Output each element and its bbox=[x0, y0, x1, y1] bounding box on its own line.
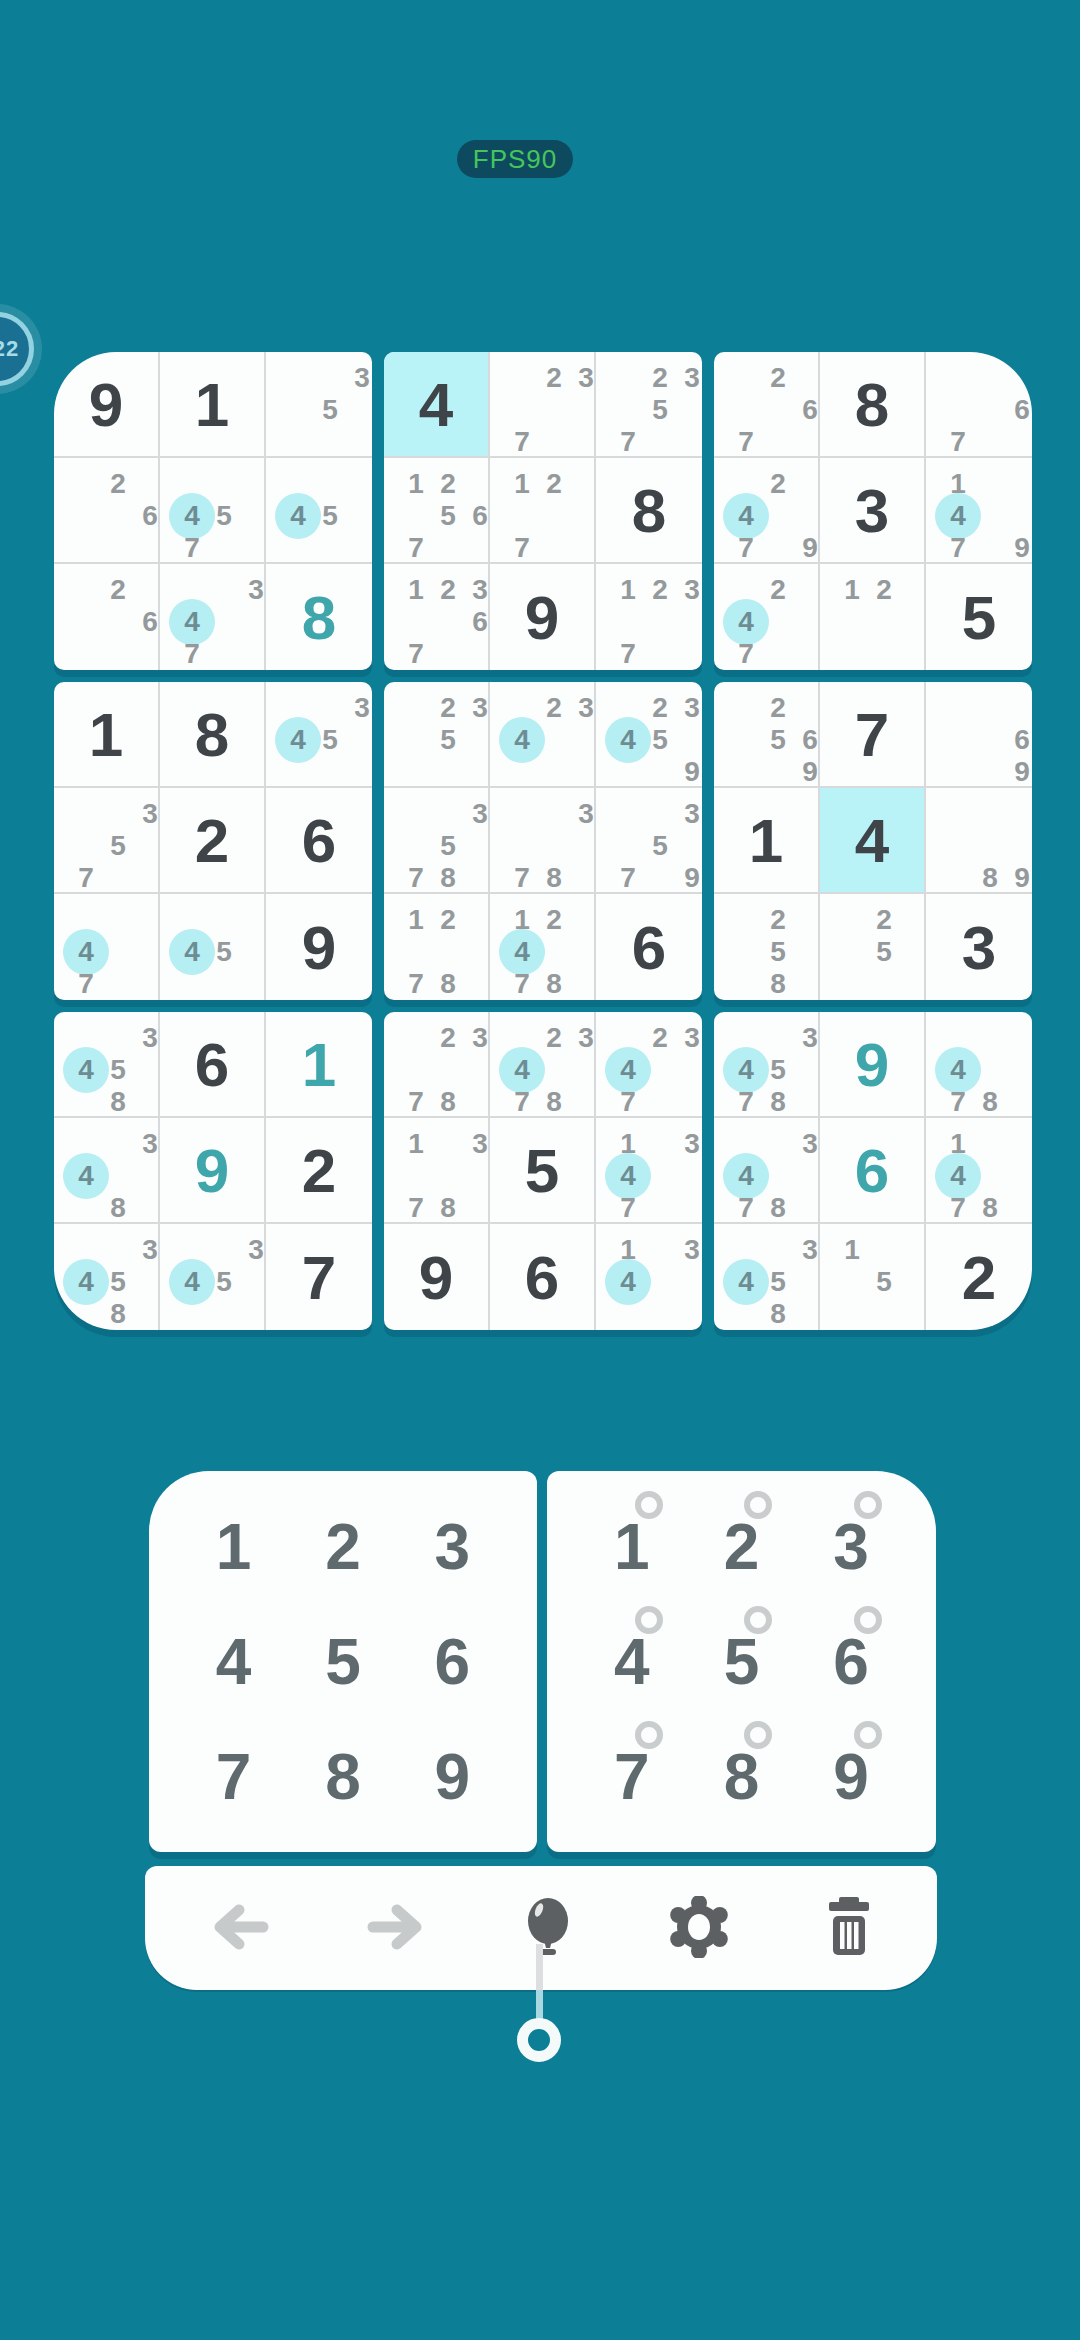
pencil-mark-4 bbox=[730, 724, 762, 756]
pencil-mark-5 bbox=[208, 606, 240, 638]
pencil-marks: 345 bbox=[176, 1234, 250, 1318]
pencil-mark-1 bbox=[176, 574, 208, 606]
cell-r6c4[interactable]: 1278 bbox=[384, 894, 490, 1000]
cell-r6c7[interactable]: 258 bbox=[714, 894, 820, 1000]
cell-r3c3[interactable]: 8 bbox=[266, 564, 372, 670]
cell-r5c8[interactable]: 4 bbox=[820, 788, 926, 894]
cell-r8c8[interactable]: 6 bbox=[820, 1118, 926, 1224]
pencil-mark-2 bbox=[762, 1234, 794, 1266]
cell-r2c4[interactable]: 12567 bbox=[384, 458, 490, 564]
pencil-marks: 3478 bbox=[730, 1128, 804, 1210]
cell-r1c8[interactable]: 8 bbox=[820, 352, 926, 458]
pencil-marks: 12567 bbox=[400, 468, 474, 550]
pencil-mark-4 bbox=[70, 606, 102, 638]
pencil-mark-7 bbox=[730, 968, 762, 1000]
redo-arrow-icon bbox=[365, 1899, 429, 1958]
pencil-mark-2 bbox=[974, 692, 1006, 724]
cell-r5c6[interactable]: 3579 bbox=[596, 788, 702, 894]
pencil-digit-button-4[interactable]: 4 bbox=[577, 1604, 687, 1719]
pencil-marks: 3579 bbox=[612, 798, 688, 880]
gear-icon bbox=[668, 1896, 730, 1961]
cell-r8c9[interactable]: 1478 bbox=[926, 1118, 1032, 1224]
pencil-mark-7: 7 bbox=[400, 532, 432, 564]
cell-r9c5[interactable]: 6 bbox=[490, 1224, 596, 1330]
pencil-mark-7: 7 bbox=[506, 532, 538, 564]
cell-r6c2[interactable]: 45 bbox=[160, 894, 266, 1000]
pencil-mark-1 bbox=[612, 362, 644, 394]
pencil-mark-2: 2 bbox=[762, 904, 794, 936]
pencil-mark-8: 8 bbox=[432, 968, 464, 1000]
pencil-mark-1: 1 bbox=[400, 904, 432, 936]
pencil-digit-button-8[interactable]: 8 bbox=[687, 1719, 797, 1834]
pencil-mark-7: 7 bbox=[400, 1192, 432, 1224]
pencil-mark-5 bbox=[538, 500, 570, 532]
pad-digit-label: 7 bbox=[216, 1740, 252, 1814]
cell-r5c7[interactable]: 1 bbox=[714, 788, 820, 894]
cell-r5c4[interactable]: 3578 bbox=[384, 788, 490, 894]
cell-r2c9[interactable]: 1479 bbox=[926, 458, 1032, 564]
pencil-mark-4: 4 bbox=[176, 606, 208, 638]
pencil-mark-9: 9 bbox=[1006, 862, 1032, 894]
cell-r8c1[interactable]: 348 bbox=[54, 1118, 160, 1224]
pencil-marks: 1378 bbox=[400, 1128, 474, 1210]
cell-r9c9[interactable]: 2 bbox=[926, 1224, 1032, 1330]
pencil-mark-4: 4 bbox=[730, 1054, 762, 1086]
cell-r1c6[interactable]: 2357 bbox=[596, 352, 702, 458]
pencil-mark-8: 8 bbox=[762, 1298, 794, 1330]
pencil-mark-4: 4 bbox=[506, 936, 538, 968]
cell-r8c4[interactable]: 1378 bbox=[384, 1118, 490, 1224]
delete-button[interactable] bbox=[823, 1897, 875, 1960]
pencil-marks: 1237 bbox=[612, 574, 688, 658]
cell-r7c4[interactable]: 2378 bbox=[384, 1012, 490, 1118]
pencil-mark-2 bbox=[102, 1234, 134, 1266]
pad-digit-label: 4 bbox=[614, 1625, 650, 1699]
cell-r7c8[interactable]: 9 bbox=[820, 1012, 926, 1118]
cell-r8c3[interactable]: 2 bbox=[266, 1118, 372, 1224]
pencil-mark-2: 2 bbox=[762, 692, 794, 724]
cell-r2c6[interactable]: 8 bbox=[596, 458, 702, 564]
pencil-mark-4: 4 bbox=[612, 1266, 644, 1298]
pad-digit-label: 6 bbox=[435, 1625, 471, 1699]
pencil-mark-6 bbox=[346, 500, 372, 532]
pencil-mark-2: 2 bbox=[102, 574, 134, 606]
pencil-mark-2 bbox=[868, 1234, 900, 1266]
pencil-mark-8: 8 bbox=[102, 1298, 134, 1330]
cell-r3c5[interactable]: 9 bbox=[490, 564, 596, 670]
cell-r6c3[interactable]: 9 bbox=[266, 894, 372, 1000]
pencil-mark-3 bbox=[1006, 468, 1032, 500]
pencil-mark-7: 7 bbox=[730, 1086, 762, 1118]
pencil-mark-7 bbox=[612, 1298, 644, 1330]
pencil-mark-8 bbox=[538, 532, 570, 564]
pencil-mark-4: 4 bbox=[612, 1054, 644, 1086]
pencil-mark-8 bbox=[314, 756, 346, 788]
pencil-mark-9 bbox=[1006, 1086, 1032, 1118]
digit-button-7[interactable]: 7 bbox=[179, 1719, 288, 1834]
cell-r1c2[interactable]: 1 bbox=[160, 352, 266, 458]
hint-string-handle[interactable] bbox=[517, 2018, 561, 2062]
pencil-mark-3 bbox=[1006, 362, 1032, 394]
cell-r8c6[interactable]: 1347 bbox=[596, 1118, 702, 1224]
cell-r5c5[interactable]: 378 bbox=[490, 788, 596, 894]
pencil-mark-7: 7 bbox=[506, 968, 538, 1000]
pencil-mark-5 bbox=[644, 1160, 676, 1192]
pencil-marks: 47 bbox=[70, 904, 144, 988]
cell-r2c7[interactable]: 2479 bbox=[714, 458, 820, 564]
pencil-mark-8: 8 bbox=[974, 862, 1006, 894]
digit-button-6[interactable]: 6 bbox=[398, 1604, 507, 1719]
cell-r5c9[interactable]: 89 bbox=[926, 788, 1032, 894]
cell-r1c4[interactable]: 4 bbox=[384, 352, 490, 458]
pencil-mark-1 bbox=[176, 468, 208, 500]
cell-r3c8[interactable]: 12 bbox=[820, 564, 926, 670]
pencil-mark-1: 1 bbox=[836, 1234, 868, 1266]
pencil-marks: 457 bbox=[176, 468, 250, 550]
cell-r2c3[interactable]: 45 bbox=[266, 458, 372, 564]
pencil-digit-button-1[interactable]: 1 bbox=[577, 1489, 687, 1604]
pencil-mark-2 bbox=[762, 1128, 794, 1160]
cell-r3c6[interactable]: 1237 bbox=[596, 564, 702, 670]
pencil-mark-7: 7 bbox=[506, 862, 538, 894]
cell-r4c7[interactable]: 2569 bbox=[714, 682, 820, 788]
pencil-mark-5: 5 bbox=[314, 394, 346, 426]
pencil-digit-button-2[interactable]: 2 bbox=[687, 1489, 797, 1604]
numpad-pencil: 123456789 bbox=[547, 1471, 936, 1852]
cell-r2c8[interactable]: 3 bbox=[820, 458, 926, 564]
pencil-mark-1 bbox=[730, 1234, 762, 1266]
pencil-mark-5: 5 bbox=[644, 830, 676, 862]
pad-digit-label: 8 bbox=[325, 1740, 361, 1814]
given-digit: 8 bbox=[820, 352, 924, 456]
pencil-mark-1 bbox=[70, 1022, 102, 1054]
pencil-mark-5 bbox=[644, 1266, 676, 1298]
pencil-ring-icon bbox=[744, 1491, 772, 1519]
pencil-mark-6 bbox=[676, 1054, 702, 1086]
pencil-mark-8: 8 bbox=[762, 968, 794, 1000]
cell-r7c2[interactable]: 6 bbox=[160, 1012, 266, 1118]
pencil-mark-8: 8 bbox=[974, 1086, 1006, 1118]
pencil-mark-5 bbox=[974, 830, 1006, 862]
pencil-mark-7 bbox=[70, 638, 102, 670]
cell-r4c9[interactable]: 69 bbox=[926, 682, 1032, 788]
pencil-mark-2: 2 bbox=[432, 1022, 464, 1054]
given-digit: 7 bbox=[266, 1224, 372, 1330]
pencil-mark-5: 5 bbox=[314, 500, 346, 532]
cell-r9c4[interactable]: 9 bbox=[384, 1224, 490, 1330]
pencil-mark-8 bbox=[102, 968, 134, 1000]
pencil-mark-1: 1 bbox=[612, 1234, 644, 1266]
cell-r7c7[interactable]: 34578 bbox=[714, 1012, 820, 1118]
cell-r7c5[interactable]: 23478 bbox=[490, 1012, 596, 1118]
pad-digit-label: 1 bbox=[614, 1510, 650, 1584]
pencil-mark-5 bbox=[432, 936, 464, 968]
pencil-marks: 26 bbox=[70, 468, 144, 550]
pencil-mark-4: 4 bbox=[730, 606, 762, 638]
cell-r4c5[interactable]: 234 bbox=[490, 682, 596, 788]
pencil-mark-1: 1 bbox=[942, 468, 974, 500]
pencil-mark-5: 5 bbox=[432, 830, 464, 862]
pencil-mark-7: 7 bbox=[400, 968, 432, 1000]
pencil-mark-2: 2 bbox=[644, 362, 676, 394]
cell-r6c9[interactable]: 3 bbox=[926, 894, 1032, 1000]
pencil-marks: 1479 bbox=[942, 468, 1018, 550]
pencil-mark-1 bbox=[836, 904, 868, 936]
pad-digit-label: 3 bbox=[833, 1510, 869, 1584]
pencil-mark-7: 7 bbox=[730, 638, 762, 670]
pencil-mark-8 bbox=[538, 756, 570, 788]
given-digit: 9 bbox=[54, 352, 158, 456]
cell-r5c2[interactable]: 2 bbox=[160, 788, 266, 894]
pencil-mark-6 bbox=[346, 394, 372, 426]
pencil-marks: 2569 bbox=[730, 692, 804, 774]
cell-r4c3[interactable]: 345 bbox=[266, 682, 372, 788]
given-digit: 5 bbox=[926, 564, 1032, 670]
cell-r6c6[interactable]: 6 bbox=[596, 894, 702, 1000]
cell-r6c1[interactable]: 47 bbox=[54, 894, 160, 1000]
pencil-marks: 45 bbox=[282, 468, 358, 550]
pencil-mark-1 bbox=[506, 362, 538, 394]
cell-r4c4[interactable]: 235 bbox=[384, 682, 490, 788]
pencil-mark-8 bbox=[974, 756, 1006, 788]
pencil-mark-8 bbox=[762, 426, 794, 458]
pencil-mark-3 bbox=[1006, 692, 1032, 724]
pencil-mark-1 bbox=[400, 692, 432, 724]
cell-r5c1[interactable]: 357 bbox=[54, 788, 160, 894]
pencil-mark-9 bbox=[346, 756, 372, 788]
pencil-mark-4 bbox=[400, 936, 432, 968]
pencil-mark-5: 5 bbox=[208, 500, 240, 532]
pencil-marks: 23478 bbox=[506, 1022, 580, 1104]
given-digit: 6 bbox=[160, 1012, 264, 1116]
pencil-mark-5 bbox=[102, 1160, 134, 1192]
cell-r3c1[interactable]: 26 bbox=[54, 564, 160, 670]
pencil-marks: 3458 bbox=[730, 1234, 804, 1318]
pencil-mark-5 bbox=[432, 606, 464, 638]
cell-r2c5[interactable]: 127 bbox=[490, 458, 596, 564]
cell-r4c8[interactable]: 7 bbox=[820, 682, 926, 788]
digit-button-3[interactable]: 3 bbox=[398, 1489, 507, 1604]
pencil-mark-4: 4 bbox=[282, 724, 314, 756]
pad-digit-label: 9 bbox=[435, 1740, 471, 1814]
pencil-mark-1 bbox=[942, 692, 974, 724]
pencil-mark-3 bbox=[1006, 1128, 1032, 1160]
pencil-mark-8 bbox=[208, 1298, 240, 1330]
cell-r9c8[interactable]: 15 bbox=[820, 1224, 926, 1330]
given-digit: 3 bbox=[820, 458, 924, 562]
cell-r4c1[interactable]: 1 bbox=[54, 682, 160, 788]
pencil-mark-3: 3 bbox=[676, 798, 702, 830]
pencil-mark-4: 4 bbox=[282, 500, 314, 532]
cell-r6c8[interactable]: 25 bbox=[820, 894, 926, 1000]
cell-r1c3[interactable]: 35 bbox=[266, 352, 372, 458]
pencil-mark-5 bbox=[974, 500, 1006, 532]
digit-button-1[interactable]: 1 bbox=[179, 1489, 288, 1604]
pencil-mark-4 bbox=[612, 394, 644, 426]
pencil-mark-4 bbox=[400, 1160, 432, 1192]
pad-digit-label: 2 bbox=[724, 1510, 760, 1584]
pencil-mark-7 bbox=[836, 1298, 868, 1330]
pencil-mark-2: 2 bbox=[762, 468, 794, 500]
given-digit: 2 bbox=[160, 788, 264, 892]
cell-r9c1[interactable]: 3458 bbox=[54, 1224, 160, 1330]
cell-r5c3[interactable]: 6 bbox=[266, 788, 372, 894]
pencil-mark-8 bbox=[762, 756, 794, 788]
pencil-mark-7: 7 bbox=[400, 862, 432, 894]
given-digit: 7 bbox=[820, 682, 924, 786]
pencil-mark-8: 8 bbox=[762, 1192, 794, 1224]
cell-r1c9[interactable]: 67 bbox=[926, 352, 1032, 458]
pencil-mark-4: 4 bbox=[612, 1160, 644, 1192]
cell-r9c3[interactable]: 7 bbox=[266, 1224, 372, 1330]
given-digit: 1 bbox=[160, 352, 264, 456]
pencil-mark-1 bbox=[506, 1022, 538, 1054]
cell-r4c6[interactable]: 23459 bbox=[596, 682, 702, 788]
pencil-mark-1 bbox=[730, 574, 762, 606]
pencil-mark-9 bbox=[346, 426, 372, 458]
pencil-mark-7 bbox=[942, 756, 974, 788]
pencil-ring-icon bbox=[635, 1721, 663, 1749]
pencil-mark-1 bbox=[400, 1022, 432, 1054]
pencil-digit-button-7[interactable]: 7 bbox=[577, 1719, 687, 1834]
pencil-digit-button-9[interactable]: 9 bbox=[796, 1719, 906, 1834]
cell-r1c5[interactable]: 237 bbox=[490, 352, 596, 458]
pencil-mark-2 bbox=[314, 468, 346, 500]
cell-r3c4[interactable]: 12367 bbox=[384, 564, 490, 670]
cell-r9c2[interactable]: 345 bbox=[160, 1224, 266, 1330]
pad-digit-label: 9 bbox=[833, 1740, 869, 1814]
pencil-marks: 235 bbox=[400, 692, 474, 774]
pencil-marks: 134 bbox=[612, 1234, 688, 1318]
pencil-digit-button-6[interactable]: 6 bbox=[796, 1604, 906, 1719]
pencil-mark-8 bbox=[208, 638, 240, 670]
pencil-marks: 67 bbox=[942, 362, 1018, 444]
pencil-digit-button-5[interactable]: 5 bbox=[687, 1604, 797, 1719]
cell-r7c6[interactable]: 2347 bbox=[596, 1012, 702, 1118]
pencil-mark-4: 4 bbox=[730, 1160, 762, 1192]
digit-button-4[interactable]: 4 bbox=[179, 1604, 288, 1719]
cell-r7c3[interactable]: 1 bbox=[266, 1012, 372, 1118]
pencil-mark-8 bbox=[644, 426, 676, 458]
cell-r1c1[interactable]: 9 bbox=[54, 352, 160, 458]
pencil-mark-8 bbox=[644, 638, 676, 670]
pencil-marks: 12478 bbox=[506, 904, 580, 988]
pencil-mark-9: 9 bbox=[1006, 532, 1032, 564]
pencil-mark-5 bbox=[974, 1054, 1006, 1086]
cell-r8c7[interactable]: 3478 bbox=[714, 1118, 820, 1224]
pencil-mark-8 bbox=[644, 1086, 676, 1118]
pencil-digit-button-3[interactable]: 3 bbox=[796, 1489, 906, 1604]
pencil-mark-2: 2 bbox=[762, 574, 794, 606]
digit-button-2[interactable]: 2 bbox=[288, 1489, 397, 1604]
pencil-mark-1 bbox=[282, 692, 314, 724]
pencil-mark-7: 7 bbox=[176, 532, 208, 564]
pencil-mark-2: 2 bbox=[538, 362, 570, 394]
box-2-1: 183453572647459 bbox=[54, 682, 372, 1000]
pencil-marks: 1347 bbox=[612, 1128, 688, 1210]
pencil-mark-4 bbox=[612, 830, 644, 862]
pencil-mark-1 bbox=[70, 798, 102, 830]
cell-r2c2[interactable]: 457 bbox=[160, 458, 266, 564]
pencil-marks: 45 bbox=[176, 904, 250, 988]
undo-button[interactable] bbox=[207, 1899, 271, 1958]
cell-r7c1[interactable]: 3458 bbox=[54, 1012, 160, 1118]
pencil-mark-1: 1 bbox=[400, 1128, 432, 1160]
pencil-mark-2: 2 bbox=[868, 904, 900, 936]
pencil-mark-5 bbox=[762, 500, 794, 532]
pencil-mark-3: 3 bbox=[676, 1234, 702, 1266]
pencil-mark-4 bbox=[70, 830, 102, 862]
box-3-3: 3457894783478614783458152 bbox=[714, 1012, 1032, 1330]
digit-button-8[interactable]: 8 bbox=[288, 1719, 397, 1834]
cell-r3c2[interactable]: 347 bbox=[160, 564, 266, 670]
pencil-mark-5: 5 bbox=[208, 1266, 240, 1298]
cell-r9c7[interactable]: 3458 bbox=[714, 1224, 820, 1330]
pencil-mark-4 bbox=[730, 936, 762, 968]
cell-r9c6[interactable]: 134 bbox=[596, 1224, 702, 1330]
cell-r1c7[interactable]: 267 bbox=[714, 352, 820, 458]
pad-digit-label: 7 bbox=[614, 1740, 650, 1814]
pencil-mark-6: 6 bbox=[1006, 724, 1032, 756]
cell-r6c5[interactable]: 12478 bbox=[490, 894, 596, 1000]
pencil-mark-8 bbox=[868, 1298, 900, 1330]
numpad-normal: 123456789 bbox=[149, 1471, 537, 1852]
settings-button[interactable] bbox=[668, 1896, 730, 1961]
pencil-mark-4 bbox=[400, 1054, 432, 1086]
digit-button-9[interactable]: 9 bbox=[398, 1719, 507, 1834]
pencil-marks: 237 bbox=[506, 362, 580, 444]
pencil-mark-1 bbox=[70, 1234, 102, 1266]
pencil-mark-8 bbox=[868, 638, 900, 670]
cell-r3c9[interactable]: 5 bbox=[926, 564, 1032, 670]
pencil-mark-7 bbox=[400, 756, 432, 788]
pencil-mark-2 bbox=[208, 574, 240, 606]
pencil-mark-8 bbox=[432, 756, 464, 788]
cell-r3c7[interactable]: 247 bbox=[714, 564, 820, 670]
hint-button[interactable] bbox=[522, 1896, 574, 1961]
pencil-mark-1 bbox=[176, 904, 208, 936]
given-digit: 2 bbox=[266, 1118, 372, 1222]
cell-r8c2[interactable]: 9 bbox=[160, 1118, 266, 1224]
pencil-mark-2 bbox=[974, 1128, 1006, 1160]
redo-button[interactable] bbox=[365, 1899, 429, 1958]
pencil-mark-8 bbox=[102, 862, 134, 894]
cell-r7c9[interactable]: 478 bbox=[926, 1012, 1032, 1118]
pencil-mark-7 bbox=[70, 1298, 102, 1330]
user-digit: 9 bbox=[160, 1118, 264, 1222]
pencil-mark-7: 7 bbox=[730, 532, 762, 564]
cell-r8c5[interactable]: 5 bbox=[490, 1118, 596, 1224]
pencil-mark-2 bbox=[644, 1128, 676, 1160]
pencil-mark-2 bbox=[974, 468, 1006, 500]
timer-badge[interactable]: 22 bbox=[0, 312, 34, 386]
pencil-mark-4 bbox=[400, 500, 432, 532]
pencil-mark-4 bbox=[836, 606, 868, 638]
pad-digit-label: 5 bbox=[724, 1625, 760, 1699]
pencil-mark-1: 1 bbox=[506, 468, 538, 500]
pencil-mark-9: 9 bbox=[1006, 756, 1032, 788]
digit-button-5[interactable]: 5 bbox=[288, 1604, 397, 1719]
pencil-mark-6 bbox=[676, 830, 702, 862]
cell-r4c2[interactable]: 8 bbox=[160, 682, 266, 788]
given-digit: 8 bbox=[160, 682, 264, 786]
pencil-mark-7 bbox=[70, 1192, 102, 1224]
cell-r2c1[interactable]: 26 bbox=[54, 458, 160, 564]
pencil-mark-2 bbox=[974, 798, 1006, 830]
pencil-mark-1 bbox=[730, 468, 762, 500]
pencil-mark-2: 2 bbox=[868, 574, 900, 606]
pencil-mark-2 bbox=[762, 1022, 794, 1054]
